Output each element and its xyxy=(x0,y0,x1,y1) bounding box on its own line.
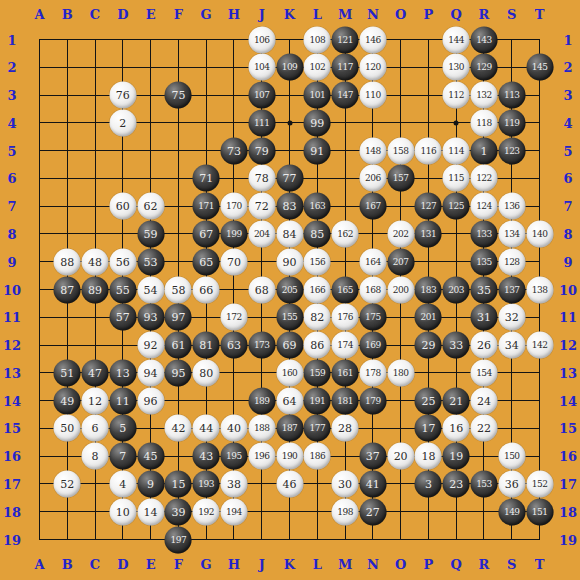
stone-C15[interactable]: 6 xyxy=(82,415,109,442)
row-label-right: 8 xyxy=(563,227,572,240)
stone-N7[interactable]: 167 xyxy=(359,193,386,220)
stone-R7[interactable]: 124 xyxy=(470,193,497,220)
row-label-right: 3 xyxy=(563,89,572,102)
stone-E9[interactable]: 53 xyxy=(137,248,164,275)
stone-L3[interactable]: 101 xyxy=(304,82,331,109)
row-label-right: 13 xyxy=(559,366,577,379)
stone-C13[interactable]: 47 xyxy=(82,359,109,386)
grid-line-horizontal xyxy=(39,539,540,540)
stone-J16[interactable]: 196 xyxy=(248,443,275,470)
stone-R11[interactable]: 31 xyxy=(470,304,497,331)
row-label-right: 12 xyxy=(559,339,577,352)
stone-E11[interactable]: 93 xyxy=(137,304,164,331)
stone-R14[interactable]: 24 xyxy=(470,387,497,414)
row-label-left: 19 xyxy=(3,533,21,546)
stone-N12[interactable]: 169 xyxy=(359,332,386,359)
row-label-right: 6 xyxy=(563,172,572,185)
column-label-bottom: R xyxy=(479,558,490,571)
stone-H5[interactable]: 73 xyxy=(220,137,247,164)
stone-B15[interactable]: 50 xyxy=(54,415,81,442)
stone-F10[interactable]: 58 xyxy=(165,276,192,303)
stone-S11[interactable]: 32 xyxy=(498,304,525,331)
stone-K12[interactable]: 69 xyxy=(276,332,303,359)
stone-L1[interactable]: 108 xyxy=(304,26,331,53)
column-label-top: M xyxy=(338,8,352,21)
stone-N17[interactable]: 41 xyxy=(359,470,386,497)
row-label-right: 16 xyxy=(559,450,577,463)
stone-M11[interactable]: 176 xyxy=(332,304,359,331)
stone-S7[interactable]: 136 xyxy=(498,193,525,220)
column-label-bottom: E xyxy=(146,558,156,571)
stone-K8[interactable]: 84 xyxy=(276,220,303,247)
stone-E8[interactable]: 59 xyxy=(137,220,164,247)
stone-E18[interactable]: 14 xyxy=(137,498,164,525)
stone-H15[interactable]: 40 xyxy=(220,415,247,442)
stone-E13[interactable]: 94 xyxy=(137,359,164,386)
row-label-right: 4 xyxy=(563,116,572,129)
row-label-left: 13 xyxy=(3,366,21,379)
stone-M3[interactable]: 147 xyxy=(332,82,359,109)
stone-J14[interactable]: 189 xyxy=(248,387,275,414)
stone-S3[interactable]: 113 xyxy=(498,82,525,109)
stone-L16[interactable]: 186 xyxy=(304,443,331,470)
row-label-right: 2 xyxy=(563,61,572,74)
stone-P7[interactable]: 127 xyxy=(415,193,442,220)
column-label-top: K xyxy=(284,8,295,21)
stone-O9[interactable]: 207 xyxy=(387,248,414,275)
stone-S4[interactable]: 119 xyxy=(498,109,525,136)
stone-S16[interactable]: 150 xyxy=(498,443,525,470)
stone-L11[interactable]: 82 xyxy=(304,304,331,331)
stone-K2[interactable]: 109 xyxy=(276,54,303,81)
stone-C10[interactable]: 89 xyxy=(82,276,109,303)
stone-H8[interactable]: 199 xyxy=(220,220,247,247)
stone-N18[interactable]: 27 xyxy=(359,498,386,525)
column-label-top: T xyxy=(535,8,545,21)
stone-F15[interactable]: 42 xyxy=(165,415,192,442)
stone-H11[interactable]: 172 xyxy=(220,304,247,331)
stone-J2[interactable]: 104 xyxy=(248,54,275,81)
row-label-right: 9 xyxy=(563,255,572,268)
stone-J12[interactable]: 173 xyxy=(248,332,275,359)
row-label-right: 11 xyxy=(559,311,577,324)
row-label-left: 9 xyxy=(7,255,16,268)
row-label-right: 19 xyxy=(559,533,577,546)
column-label-top: A xyxy=(34,8,44,21)
stone-Q6[interactable]: 115 xyxy=(443,165,470,192)
row-label-left: 3 xyxy=(7,89,16,102)
column-label-bottom: D xyxy=(117,558,128,571)
row-label-left: 11 xyxy=(3,311,21,324)
stone-Q10[interactable]: 203 xyxy=(443,276,470,303)
stone-L2[interactable]: 102 xyxy=(304,54,331,81)
stone-R12[interactable]: 26 xyxy=(470,332,497,359)
column-label-bottom: G xyxy=(201,558,212,571)
column-label-top: H xyxy=(228,8,240,21)
stone-S5[interactable]: 123 xyxy=(498,137,525,164)
stone-N10[interactable]: 168 xyxy=(359,276,386,303)
column-label-top: E xyxy=(146,8,156,21)
stone-C9[interactable]: 48 xyxy=(82,248,109,275)
stone-S8[interactable]: 134 xyxy=(498,220,525,247)
stone-L14[interactable]: 191 xyxy=(304,387,331,414)
stone-H7[interactable]: 170 xyxy=(220,193,247,220)
row-label-right: 7 xyxy=(563,200,572,213)
column-label-bottom: L xyxy=(313,558,322,571)
column-label-top: O xyxy=(395,8,406,21)
stone-O10[interactable]: 200 xyxy=(387,276,414,303)
stone-J15[interactable]: 188 xyxy=(248,415,275,442)
stone-N5[interactable]: 148 xyxy=(359,137,386,164)
stone-G8[interactable]: 67 xyxy=(193,220,220,247)
stone-P14[interactable]: 25 xyxy=(415,387,442,414)
stone-L9[interactable]: 156 xyxy=(304,248,331,275)
stone-T8[interactable]: 140 xyxy=(526,220,553,247)
stone-E12[interactable]: 92 xyxy=(137,332,164,359)
stone-K6[interactable]: 77 xyxy=(276,165,303,192)
stone-O6[interactable]: 157 xyxy=(387,165,414,192)
stone-N16[interactable]: 37 xyxy=(359,443,386,470)
stone-T2[interactable]: 145 xyxy=(526,54,553,81)
column-label-top: J xyxy=(259,8,265,21)
stone-D15[interactable]: 5 xyxy=(109,415,136,442)
stone-D16[interactable]: 7 xyxy=(109,443,136,470)
stone-M10[interactable]: 165 xyxy=(332,276,359,303)
stone-N2[interactable]: 120 xyxy=(359,54,386,81)
row-label-right: 15 xyxy=(559,422,577,435)
row-label-left: 10 xyxy=(3,283,21,296)
stone-R2[interactable]: 129 xyxy=(470,54,497,81)
stone-P15[interactable]: 17 xyxy=(415,415,442,442)
stone-Q16[interactable]: 19 xyxy=(443,443,470,470)
row-label-left: 2 xyxy=(7,61,16,74)
stone-K11[interactable]: 155 xyxy=(276,304,303,331)
stone-H9[interactable]: 70 xyxy=(220,248,247,275)
stone-O13[interactable]: 180 xyxy=(387,359,414,386)
stone-E14[interactable]: 96 xyxy=(137,387,164,414)
stone-G17[interactable]: 193 xyxy=(193,470,220,497)
column-label-bottom: H xyxy=(228,558,240,571)
stone-L7[interactable]: 163 xyxy=(304,193,331,220)
column-label-top: C xyxy=(90,8,100,21)
stone-Q7[interactable]: 125 xyxy=(443,193,470,220)
column-label-bottom: T xyxy=(535,558,545,571)
stone-G12[interactable]: 81 xyxy=(193,332,220,359)
column-label-bottom: C xyxy=(90,558,100,571)
stone-J7[interactable]: 72 xyxy=(248,193,275,220)
row-label-left: 16 xyxy=(3,450,21,463)
stone-L10[interactable]: 166 xyxy=(304,276,331,303)
stone-P5[interactable]: 116 xyxy=(415,137,442,164)
row-label-left: 8 xyxy=(7,227,16,240)
stone-C16[interactable]: 8 xyxy=(82,443,109,470)
stone-R15[interactable]: 22 xyxy=(470,415,497,442)
row-label-right: 17 xyxy=(559,477,577,490)
row-label-left: 14 xyxy=(3,394,21,407)
stone-P16[interactable]: 18 xyxy=(415,443,442,470)
stone-R3[interactable]: 132 xyxy=(470,82,497,109)
row-label-left: 6 xyxy=(7,172,16,185)
stone-R10[interactable]: 35 xyxy=(470,276,497,303)
column-label-bottom: M xyxy=(338,558,352,571)
stone-E17[interactable]: 9 xyxy=(137,470,164,497)
stone-D11[interactable]: 57 xyxy=(109,304,136,331)
star-point xyxy=(287,120,292,125)
stone-Q2[interactable]: 130 xyxy=(443,54,470,81)
stone-J4[interactable]: 111 xyxy=(248,109,275,136)
stone-R4[interactable]: 118 xyxy=(470,109,497,136)
row-label-left: 12 xyxy=(3,339,21,352)
stone-H12[interactable]: 63 xyxy=(220,332,247,359)
column-label-top: L xyxy=(313,8,322,21)
stone-L5[interactable]: 91 xyxy=(304,137,331,164)
stone-D3[interactable]: 76 xyxy=(109,82,136,109)
column-label-top: N xyxy=(367,8,379,21)
stone-D7[interactable]: 60 xyxy=(109,193,136,220)
stone-B14[interactable]: 49 xyxy=(54,387,81,414)
row-label-left: 7 xyxy=(7,200,16,213)
stone-F17[interactable]: 15 xyxy=(165,470,192,497)
stone-T12[interactable]: 142 xyxy=(526,332,553,359)
stone-S10[interactable]: 137 xyxy=(498,276,525,303)
stone-F3[interactable]: 75 xyxy=(165,82,192,109)
column-label-bottom: J xyxy=(259,558,265,571)
stone-R17[interactable]: 153 xyxy=(470,470,497,497)
stone-S12[interactable]: 34 xyxy=(498,332,525,359)
stone-K14[interactable]: 64 xyxy=(276,387,303,414)
row-label-right: 5 xyxy=(563,144,572,157)
stone-N9[interactable]: 164 xyxy=(359,248,386,275)
stone-G18[interactable]: 192 xyxy=(193,498,220,525)
stone-K10[interactable]: 205 xyxy=(276,276,303,303)
stone-K13[interactable]: 160 xyxy=(276,359,303,386)
stone-N11[interactable]: 175 xyxy=(359,304,386,331)
stone-R9[interactable]: 135 xyxy=(470,248,497,275)
stone-M12[interactable]: 174 xyxy=(332,332,359,359)
stone-N14[interactable]: 179 xyxy=(359,387,386,414)
row-label-left: 1 xyxy=(7,33,16,46)
stone-K9[interactable]: 90 xyxy=(276,248,303,275)
stone-G7[interactable]: 171 xyxy=(193,193,220,220)
stone-L4[interactable]: 99 xyxy=(304,109,331,136)
row-label-left: 15 xyxy=(3,422,21,435)
stone-N6[interactable]: 206 xyxy=(359,165,386,192)
stone-B17[interactable]: 52 xyxy=(54,470,81,497)
column-label-bottom: B xyxy=(62,558,73,571)
stone-G13[interactable]: 80 xyxy=(193,359,220,386)
row-label-right: 18 xyxy=(559,505,577,518)
column-label-top: F xyxy=(174,8,183,21)
stone-J6[interactable]: 78 xyxy=(248,165,275,192)
stone-F18[interactable]: 39 xyxy=(165,498,192,525)
stone-D4[interactable]: 2 xyxy=(109,109,136,136)
column-label-top: P xyxy=(424,8,434,21)
stone-P10[interactable]: 183 xyxy=(415,276,442,303)
column-label-top: S xyxy=(507,8,516,21)
stone-H16[interactable]: 195 xyxy=(220,443,247,470)
stone-S9[interactable]: 128 xyxy=(498,248,525,275)
star-point xyxy=(454,120,459,125)
column-label-bottom: S xyxy=(507,558,516,571)
stone-K7[interactable]: 83 xyxy=(276,193,303,220)
stone-F13[interactable]: 95 xyxy=(165,359,192,386)
stone-H17[interactable]: 38 xyxy=(220,470,247,497)
stone-O16[interactable]: 20 xyxy=(387,443,414,470)
row-label-left: 5 xyxy=(7,144,16,157)
stone-J8[interactable]: 204 xyxy=(248,220,275,247)
stone-D17[interactable]: 4 xyxy=(109,470,136,497)
stone-K17[interactable]: 46 xyxy=(276,470,303,497)
stone-O5[interactable]: 158 xyxy=(387,137,414,164)
stone-R5[interactable]: 1 xyxy=(470,137,497,164)
stone-B13[interactable]: 51 xyxy=(54,359,81,386)
stone-G10[interactable]: 66 xyxy=(193,276,220,303)
row-label-right: 1 xyxy=(563,33,572,46)
stone-M13[interactable]: 161 xyxy=(332,359,359,386)
go-board[interactable]: ABCDEFGHJKLMNOPQRST ABCDEFGHJKLMNOPQRST … xyxy=(0,0,580,580)
stone-D14[interactable]: 11 xyxy=(109,387,136,414)
stone-B10[interactable]: 87 xyxy=(54,276,81,303)
stone-D10[interactable]: 55 xyxy=(109,276,136,303)
stone-M14[interactable]: 181 xyxy=(332,387,359,414)
stone-C14[interactable]: 12 xyxy=(82,387,109,414)
stone-D9[interactable]: 56 xyxy=(109,248,136,275)
stone-K15[interactable]: 187 xyxy=(276,415,303,442)
column-label-bottom: Q xyxy=(451,558,462,571)
stone-P12[interactable]: 29 xyxy=(415,332,442,359)
stone-S18[interactable]: 149 xyxy=(498,498,525,525)
stone-N13[interactable]: 178 xyxy=(359,359,386,386)
stone-M17[interactable]: 30 xyxy=(332,470,359,497)
stone-R13[interactable]: 154 xyxy=(470,359,497,386)
stone-E10[interactable]: 54 xyxy=(137,276,164,303)
column-label-top: B xyxy=(62,8,73,21)
stone-N1[interactable]: 146 xyxy=(359,26,386,53)
stone-R1[interactable]: 143 xyxy=(470,26,497,53)
stone-G9[interactable]: 65 xyxy=(193,248,220,275)
stone-Q3[interactable]: 112 xyxy=(443,82,470,109)
stone-D13[interactable]: 13 xyxy=(109,359,136,386)
stone-Q1[interactable]: 144 xyxy=(443,26,470,53)
stone-Q15[interactable]: 16 xyxy=(443,415,470,442)
stone-Q14[interactable]: 21 xyxy=(443,387,470,414)
stone-B9[interactable]: 88 xyxy=(54,248,81,275)
row-label-left: 18 xyxy=(3,505,21,518)
stone-G15[interactable]: 44 xyxy=(193,415,220,442)
stone-K16[interactable]: 190 xyxy=(276,443,303,470)
stone-L15[interactable]: 177 xyxy=(304,415,331,442)
column-label-bottom: N xyxy=(367,558,379,571)
stone-J5[interactable]: 79 xyxy=(248,137,275,164)
stone-E16[interactable]: 45 xyxy=(137,443,164,470)
stone-G6[interactable]: 71 xyxy=(193,165,220,192)
stone-R8[interactable]: 133 xyxy=(470,220,497,247)
column-label-top: D xyxy=(117,8,128,21)
stone-P8[interactable]: 131 xyxy=(415,220,442,247)
stone-G16[interactable]: 43 xyxy=(193,443,220,470)
stone-Q17[interactable]: 23 xyxy=(443,470,470,497)
column-label-bottom: F xyxy=(174,558,183,571)
stone-T17[interactable]: 152 xyxy=(526,470,553,497)
stone-P11[interactable]: 201 xyxy=(415,304,442,331)
column-label-bottom: O xyxy=(395,558,406,571)
row-label-right: 10 xyxy=(559,283,577,296)
stone-N3[interactable]: 110 xyxy=(359,82,386,109)
stone-P17[interactable]: 3 xyxy=(415,470,442,497)
stone-T18[interactable]: 151 xyxy=(526,498,553,525)
stone-J1[interactable]: 106 xyxy=(248,26,275,53)
stone-F19[interactable]: 197 xyxy=(165,526,192,553)
stone-J10[interactable]: 68 xyxy=(248,276,275,303)
stone-O8[interactable]: 202 xyxy=(387,220,414,247)
stone-F11[interactable]: 97 xyxy=(165,304,192,331)
stone-M15[interactable]: 28 xyxy=(332,415,359,442)
stone-L8[interactable]: 85 xyxy=(304,220,331,247)
stone-M18[interactable]: 198 xyxy=(332,498,359,525)
column-label-top: Q xyxy=(451,8,462,21)
stone-H18[interactable]: 194 xyxy=(220,498,247,525)
column-label-bottom: A xyxy=(34,558,44,571)
stone-Q12[interactable]: 33 xyxy=(443,332,470,359)
stone-Q5[interactable]: 114 xyxy=(443,137,470,164)
column-label-top: R xyxy=(479,8,490,21)
stone-M2[interactable]: 117 xyxy=(332,54,359,81)
row-label-left: 4 xyxy=(7,116,16,129)
stone-L12[interactable]: 86 xyxy=(304,332,331,359)
stone-M8[interactable]: 162 xyxy=(332,220,359,247)
stone-R6[interactable]: 122 xyxy=(470,165,497,192)
column-label-top: G xyxy=(201,8,212,21)
stone-S17[interactable]: 36 xyxy=(498,470,525,497)
column-label-bottom: K xyxy=(284,558,295,571)
stone-M1[interactable]: 121 xyxy=(332,26,359,53)
row-label-left: 17 xyxy=(3,477,21,490)
stone-T10[interactable]: 138 xyxy=(526,276,553,303)
stone-F12[interactable]: 61 xyxy=(165,332,192,359)
stone-E7[interactable]: 62 xyxy=(137,193,164,220)
stone-D18[interactable]: 10 xyxy=(109,498,136,525)
column-label-bottom: P xyxy=(424,558,434,571)
stone-J3[interactable]: 107 xyxy=(248,82,275,109)
stone-L13[interactable]: 159 xyxy=(304,359,331,386)
row-label-right: 14 xyxy=(559,394,577,407)
